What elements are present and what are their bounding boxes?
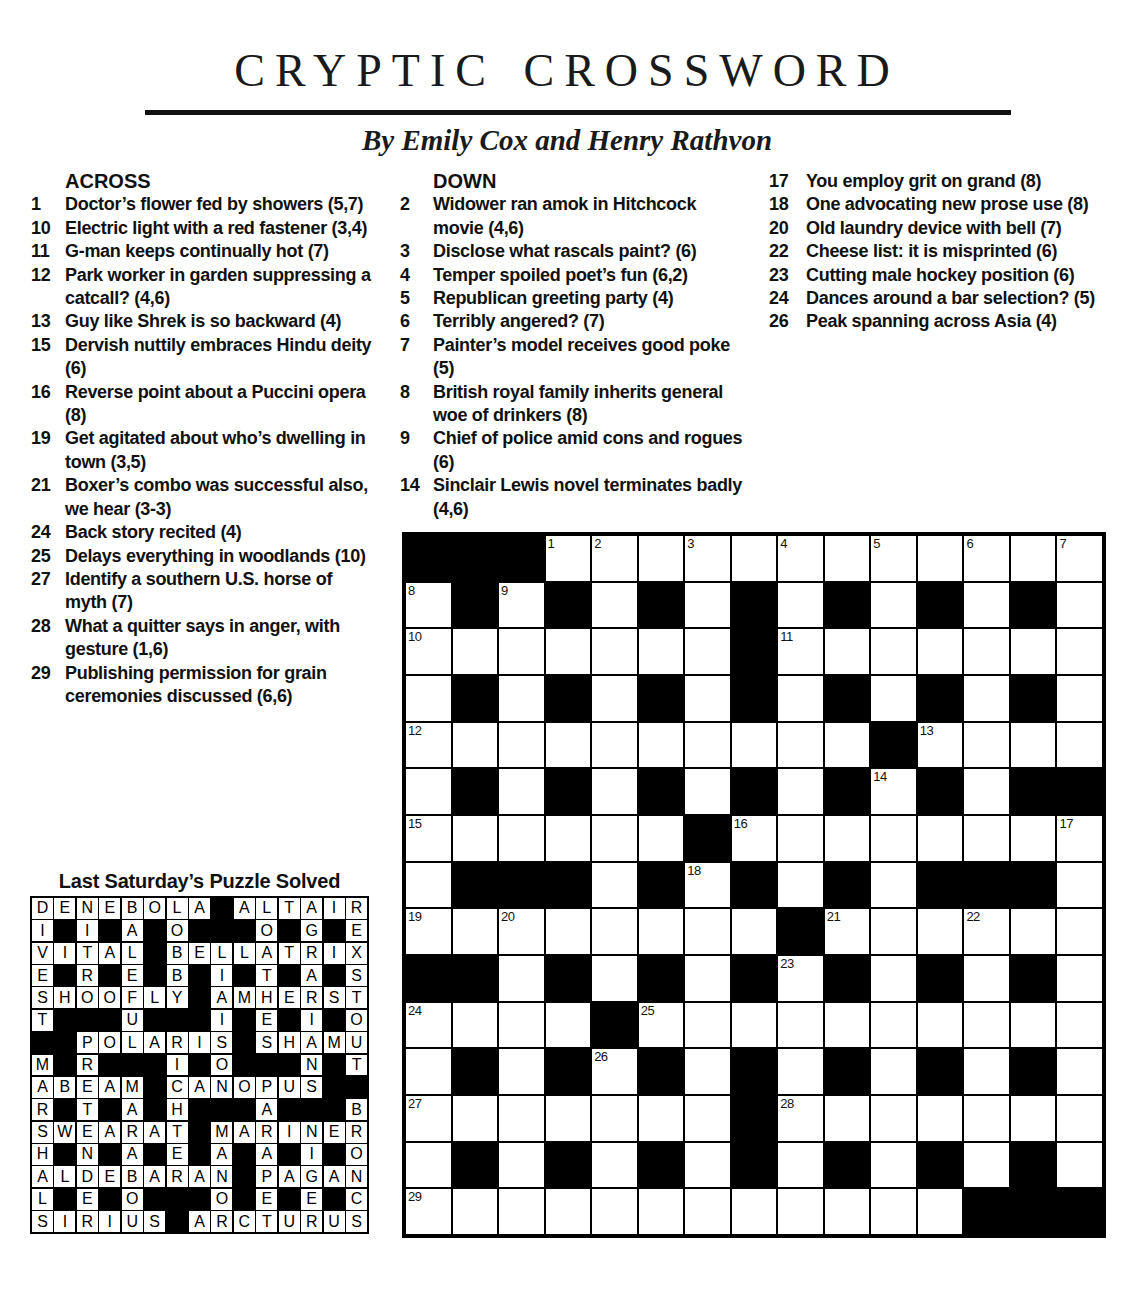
solved-block-r10c10: [234, 1099, 255, 1120]
entry-cell-r11c4[interactable]: [546, 1003, 591, 1048]
entry-cell-r11c7[interactable]: [685, 1003, 730, 1048]
block-cell-r15c15: [1057, 1189, 1102, 1234]
block-cell-r2c12: [918, 583, 963, 628]
entry-cell-r3c13[interactable]: [964, 629, 1009, 674]
entry-cell-r15c5[interactable]: [592, 1189, 637, 1234]
entry-cell-r7c8[interactable]: 16: [732, 816, 777, 861]
entry-cell-r2c7[interactable]: [685, 583, 730, 628]
down-clue-22: 22Cheese list: it is misprinted (6): [769, 240, 1114, 263]
entry-cell-r3c6[interactable]: [639, 629, 684, 674]
entry-cell-r15c9[interactable]: [778, 1189, 823, 1234]
entry-cell-r1c6[interactable]: [639, 536, 684, 581]
solved-block-r8c10: [234, 1055, 255, 1076]
grid-number-14: 14: [873, 769, 886, 785]
block-cell-r12c10: [825, 1049, 870, 1094]
solved-block-r10c8: [189, 1099, 210, 1120]
entry-cell-r11c10[interactable]: [825, 1003, 870, 1048]
solved-letter-r5c7: Y: [167, 987, 188, 1008]
solved-block-r2c4: [99, 920, 120, 941]
entry-cell-r7c5[interactable]: [592, 816, 637, 861]
clue-number: 21: [31, 474, 65, 521]
solved-block-r8c4: [99, 1055, 120, 1076]
clue-number: 1: [31, 193, 65, 216]
solved-letter-r2c7: O: [167, 920, 188, 941]
entry-cell-r7c13[interactable]: [964, 816, 1009, 861]
entry-cell-r2c5[interactable]: [592, 583, 637, 628]
entry-cell-r7c2[interactable]: [453, 816, 498, 861]
down-clue-24: 24Dances around a bar selection? (5): [769, 287, 1114, 310]
clue-text: Publishing permission for grain ceremoni…: [65, 662, 376, 709]
entry-cell-r11c3[interactable]: [499, 1003, 544, 1048]
entry-cell-r3c2[interactable]: [453, 629, 498, 674]
grid-number-5: 5: [873, 536, 880, 552]
entry-cell-r2c1[interactable]: 8: [406, 583, 451, 628]
entry-cell-r9c3[interactable]: 20: [499, 909, 544, 954]
entry-cell-r11c11[interactable]: [871, 1003, 916, 1048]
entry-cell-r5c3[interactable]: [499, 723, 544, 768]
block-cell-r8c8: [732, 863, 777, 908]
entry-cell-r1c11[interactable]: 5: [871, 536, 916, 581]
clue-number: 13: [31, 310, 65, 333]
solved-letter-r9c8: A: [189, 1077, 210, 1098]
solved-letter-r1c10: A: [234, 898, 255, 919]
solved-letter-r3c14: I: [324, 943, 345, 964]
entry-cell-r5c13[interactable]: [964, 723, 1009, 768]
solved-letter-r2c13: G: [301, 920, 322, 941]
entry-cell-r2c9[interactable]: [778, 583, 823, 628]
solved-letter-r7c4: O: [99, 1032, 120, 1053]
block-cell-r1c2: [453, 536, 498, 581]
entry-cell-r3c9[interactable]: 11: [778, 629, 823, 674]
clue-text: Terribly angered? (7): [433, 310, 750, 333]
solved-letter-r3c4: A: [99, 943, 120, 964]
entry-cell-r7c15[interactable]: 17: [1057, 816, 1102, 861]
entry-cell-r10c7[interactable]: [685, 956, 730, 1001]
clue-number: 18: [769, 193, 806, 216]
solved-letter-r15c11: T: [256, 1211, 277, 1232]
solved-letter-r1c14: I: [324, 898, 345, 919]
solved-block-r8c11: [256, 1055, 277, 1076]
solved-letter-r5c12: E: [279, 987, 300, 1008]
solved-letter-r14c1: L: [32, 1189, 53, 1210]
clue-number: 24: [31, 521, 65, 544]
entry-cell-r5c1[interactable]: 12: [406, 723, 451, 768]
entry-cell-r9c11[interactable]: [871, 909, 916, 954]
entry-cell-r12c13[interactable]: [964, 1049, 1009, 1094]
entry-cell-r11c1[interactable]: 24: [406, 1003, 451, 1048]
solved-letter-r11c11: R: [256, 1122, 277, 1143]
entry-cell-r11c13[interactable]: [964, 1003, 1009, 1048]
solved-letter-r10c15: B: [346, 1099, 367, 1120]
entry-cell-r5c15[interactable]: [1057, 723, 1102, 768]
block-cell-r14c14: [1011, 1143, 1056, 1188]
solved-block-r14c4: [99, 1189, 120, 1210]
block-cell-r10c2: [453, 956, 498, 1001]
entry-cell-r3c12[interactable]: [918, 629, 963, 674]
entry-cell-r7c10[interactable]: [825, 816, 870, 861]
entry-cell-r11c14[interactable]: [1011, 1003, 1056, 1048]
entry-cell-r12c15[interactable]: [1057, 1049, 1102, 1094]
across-clue-13: 13Guy like Shrek is so backward (4): [31, 310, 376, 333]
entry-cell-r7c1[interactable]: 15: [406, 816, 451, 861]
block-cell-r8c13: [964, 863, 1009, 908]
entry-cell-r8c15[interactable]: [1057, 863, 1102, 908]
block-cell-r12c12: [918, 1049, 963, 1094]
solved-letter-r9c1: A: [32, 1077, 53, 1098]
entry-cell-r4c13[interactable]: [964, 676, 1009, 721]
solved-letter-r8c7: I: [167, 1055, 188, 1076]
entry-cell-r3c1[interactable]: 10: [406, 629, 451, 674]
newspaper-puzzle-page: CRYPTIC CROSSWORD By Emily Cox and Henry…: [0, 0, 1134, 1291]
entry-cell-r14c1[interactable]: [406, 1143, 451, 1188]
entry-cell-r9c8[interactable]: [732, 909, 777, 954]
solved-letter-r10c3: T: [77, 1099, 98, 1120]
solved-letter-r13c11: P: [256, 1166, 277, 1187]
entry-cell-r9c2[interactable]: [453, 909, 498, 954]
entry-cell-r13c2[interactable]: [453, 1096, 498, 1141]
clue-number: 3: [400, 240, 433, 263]
across-clue-11: 11G-man keeps continually hot (7): [31, 240, 376, 263]
entry-cell-r6c9[interactable]: [778, 769, 823, 814]
solved-letter-r3c11: A: [256, 943, 277, 964]
solved-letter-r7c15: U: [346, 1032, 367, 1053]
entry-cell-r6c1[interactable]: [406, 769, 451, 814]
solved-letter-r5c5: F: [122, 987, 143, 1008]
entry-cell-r10c13[interactable]: [964, 956, 1009, 1001]
grid-number-2: 2: [594, 536, 601, 552]
solved-letter-r13c8: A: [189, 1166, 210, 1187]
solved-letter-r11c10: A: [234, 1122, 255, 1143]
clue-text: British royal family inherits general wo…: [433, 381, 750, 428]
entry-cell-r12c11[interactable]: [871, 1049, 916, 1094]
clue-text: One advocating new prose use (8): [806, 193, 1114, 216]
entry-cell-r1c15[interactable]: 7: [1057, 536, 1102, 581]
entry-cell-r4c15[interactable]: [1057, 676, 1102, 721]
entry-cell-r14c9[interactable]: [778, 1143, 823, 1188]
down-clue-14: 14Sinclair Lewis novel terminates badly …: [400, 474, 750, 521]
entry-cell-r1c14[interactable]: [1011, 536, 1056, 581]
solved-letter-r8c9: O: [211, 1055, 232, 1076]
entry-cell-r9c15[interactable]: [1057, 909, 1102, 954]
entry-cell-r10c15[interactable]: [1057, 956, 1102, 1001]
entry-cell-r5c9[interactable]: [778, 723, 823, 768]
entry-cell-r7c9[interactable]: [778, 816, 823, 861]
entry-cell-r4c9[interactable]: [778, 676, 823, 721]
entry-cell-r11c8[interactable]: [732, 1003, 777, 1048]
entry-cell-r2c11[interactable]: [871, 583, 916, 628]
clue-text: Back story recited (4): [65, 521, 376, 544]
entry-cell-r5c10[interactable]: [825, 723, 870, 768]
solved-letter-r9c13: S: [301, 1077, 322, 1098]
entry-cell-r8c7[interactable]: 18: [685, 863, 730, 908]
entry-cell-r14c11[interactable]: [871, 1143, 916, 1188]
entry-cell-r13c7[interactable]: [685, 1096, 730, 1141]
entry-cell-r6c13[interactable]: [964, 769, 1009, 814]
entry-cell-r3c15[interactable]: [1057, 629, 1102, 674]
solved-letter-r3c12: T: [279, 943, 300, 964]
entry-cell-r11c2[interactable]: [453, 1003, 498, 1048]
entry-cell-r9c13[interactable]: 22: [964, 909, 1009, 954]
entry-cell-r5c8[interactable]: [732, 723, 777, 768]
block-cell-r12c8: [732, 1049, 777, 1094]
clue-text: Peak spanning across Asia (4): [806, 310, 1114, 333]
entry-cell-r7c3[interactable]: [499, 816, 544, 861]
entry-cell-r9c5[interactable]: [592, 909, 637, 954]
solved-block-r10c4: [99, 1099, 120, 1120]
entry-cell-r1c9[interactable]: 4: [778, 536, 823, 581]
block-cell-r6c2: [453, 769, 498, 814]
entry-cell-r3c7[interactable]: [685, 629, 730, 674]
entry-cell-r1c13[interactable]: 6: [964, 536, 1009, 581]
block-cell-r4c2: [453, 676, 498, 721]
solved-block-r5c8: [189, 987, 210, 1008]
solved-letter-r9c5: M: [122, 1077, 143, 1098]
entry-cell-r7c4[interactable]: [546, 816, 591, 861]
block-cell-r10c1: [406, 956, 451, 1001]
down-clue-list: 2Widower ran amok in Hitchcock movie (4,…: [400, 193, 750, 521]
block-cell-r15c13: [964, 1189, 1009, 1234]
down-column-2: 17You employ grit on grand (8)18One advo…: [769, 170, 1114, 334]
entry-cell-r15c11[interactable]: [871, 1189, 916, 1234]
grid-number-25: 25: [641, 1003, 654, 1019]
entry-cell-r8c5[interactable]: [592, 863, 637, 908]
solved-letter-r3c1: V: [32, 943, 53, 964]
entry-cell-r13c14[interactable]: [1011, 1096, 1056, 1141]
solved-letter-r15c15: S: [346, 1211, 367, 1232]
entry-cell-r5c12[interactable]: 13: [918, 723, 963, 768]
entry-cell-r15c8[interactable]: [732, 1189, 777, 1234]
solved-block-r6c2: [54, 1010, 75, 1031]
entry-cell-r13c13[interactable]: [964, 1096, 1009, 1141]
block-cell-r4c14: [1011, 676, 1056, 721]
solved-letter-r14c15: C: [346, 1189, 367, 1210]
block-cell-r14c12: [918, 1143, 963, 1188]
entry-cell-r5c6[interactable]: [639, 723, 684, 768]
solved-letter-r2c11: O: [256, 920, 277, 941]
clue-text: Doctor’s flower fed by showers (5,7): [65, 193, 376, 216]
entry-cell-r15c10[interactable]: [825, 1189, 870, 1234]
block-cell-r2c4: [546, 583, 591, 628]
solved-block-r14c6: [144, 1189, 165, 1210]
entry-cell-r7c11[interactable]: [871, 816, 916, 861]
entry-cell-r2c13[interactable]: [964, 583, 1009, 628]
entry-cell-r7c12[interactable]: [918, 816, 963, 861]
entry-cell-r1c12[interactable]: [918, 536, 963, 581]
solved-letter-r13c12: A: [279, 1166, 300, 1187]
solved-letter-r1c1: D: [32, 898, 53, 919]
clue-text: Painter’s model receives good poke (5): [433, 334, 750, 381]
entry-cell-r12c3[interactable]: [499, 1049, 544, 1094]
clue-text: Boxer’s combo was successful also, we he…: [65, 474, 376, 521]
entry-cell-r8c1[interactable]: [406, 863, 451, 908]
solved-block-r7c2: [54, 1032, 75, 1053]
solved-block-r14c7: [167, 1189, 188, 1210]
entry-cell-r15c6[interactable]: [639, 1189, 684, 1234]
clue-text: Identify a southern U.S. horse of myth (…: [65, 568, 376, 615]
clue-number: 20: [769, 217, 806, 240]
entry-cell-r1c4[interactable]: 1: [546, 536, 591, 581]
entry-cell-r9c12[interactable]: [918, 909, 963, 954]
solved-letter-r7c8: I: [189, 1032, 210, 1053]
entry-cell-r1c7[interactable]: 3: [685, 536, 730, 581]
solved-letter-r11c5: R: [122, 1122, 143, 1143]
entry-cell-r9c4[interactable]: [546, 909, 591, 954]
byline: By Emily Cox and Henry Rathvon: [0, 124, 1134, 157]
clue-number: 6: [400, 310, 433, 333]
solved-letter-r15c14: U: [324, 1211, 345, 1232]
entry-cell-r13c3[interactable]: [499, 1096, 544, 1141]
entry-cell-r9c7[interactable]: [685, 909, 730, 954]
entry-cell-r13c4[interactable]: [546, 1096, 591, 1141]
solved-letter-r8c3: R: [77, 1055, 98, 1076]
solved-letter-r6c15: O: [346, 1010, 367, 1031]
entry-cell-r14c13[interactable]: [964, 1143, 1009, 1188]
entry-cell-r5c4[interactable]: [546, 723, 591, 768]
grid-number-13: 13: [920, 723, 933, 739]
solved-block-r14c8: [189, 1189, 210, 1210]
entry-cell-r13c10[interactable]: [825, 1096, 870, 1141]
entry-cell-r3c3[interactable]: [499, 629, 544, 674]
solved-block-r4c14: [324, 965, 345, 986]
entry-cell-r2c15[interactable]: [1057, 583, 1102, 628]
solved-letter-r11c4: A: [99, 1122, 120, 1143]
clue-number: 24: [769, 287, 806, 310]
entry-cell-r11c15[interactable]: [1057, 1003, 1102, 1048]
entry-cell-r5c14[interactable]: [1011, 723, 1056, 768]
entry-cell-r4c7[interactable]: [685, 676, 730, 721]
solved-letter-r10c7: H: [167, 1099, 188, 1120]
entry-cell-r13c12[interactable]: [918, 1096, 963, 1141]
entry-cell-r6c3[interactable]: [499, 769, 544, 814]
clue-text: Delays everything in woodlands (10): [65, 545, 376, 568]
entry-cell-r4c11[interactable]: [871, 676, 916, 721]
entry-cell-r14c7[interactable]: [685, 1143, 730, 1188]
entry-cell-r12c9[interactable]: [778, 1049, 823, 1094]
solved-block-r6c6: [144, 1010, 165, 1031]
entry-cell-r8c11[interactable]: [871, 863, 916, 908]
entry-cell-r1c5[interactable]: 2: [592, 536, 637, 581]
entry-cell-r3c10[interactable]: [825, 629, 870, 674]
entry-cell-r13c11[interactable]: [871, 1096, 916, 1141]
entry-cell-r13c1[interactable]: 27: [406, 1096, 451, 1141]
entry-cell-r14c15[interactable]: [1057, 1143, 1102, 1188]
entry-cell-r6c5[interactable]: [592, 769, 637, 814]
solved-block-r8c12: [279, 1055, 300, 1076]
entry-cell-r3c5[interactable]: [592, 629, 637, 674]
entry-cell-r15c2[interactable]: [453, 1189, 498, 1234]
entry-cell-r13c15[interactable]: [1057, 1096, 1102, 1141]
solved-letter-r12c15: O: [346, 1144, 367, 1165]
entry-cell-r9c6[interactable]: [639, 909, 684, 954]
solved-letter-r2c3: I: [77, 920, 98, 941]
entry-cell-r4c3[interactable]: [499, 676, 544, 721]
grid-number-24: 24: [408, 1003, 421, 1019]
across-clue-12: 12Park worker in garden suppressing a ca…: [31, 264, 376, 311]
entry-cell-r8c9[interactable]: [778, 863, 823, 908]
clue-text: Electric light with a red fastener (3,4): [65, 217, 376, 240]
entry-cell-r15c3[interactable]: [499, 1189, 544, 1234]
entry-cell-r3c11[interactable]: [871, 629, 916, 674]
entry-cell-r6c11[interactable]: 14: [871, 769, 916, 814]
entry-cell-r5c5[interactable]: [592, 723, 637, 768]
block-cell-r6c8: [732, 769, 777, 814]
block-cell-r6c6: [639, 769, 684, 814]
entry-cell-r6c7[interactable]: [685, 769, 730, 814]
entry-cell-r14c3[interactable]: [499, 1143, 544, 1188]
down-clue-4: 4Temper spoiled poet’s fun (6,2): [400, 264, 750, 287]
entry-cell-r3c14[interactable]: [1011, 629, 1056, 674]
grid-number-21: 21: [827, 909, 840, 925]
solved-block-r1c9: [211, 898, 232, 919]
solved-letter-r13c15: N: [346, 1166, 367, 1187]
entry-cell-r15c7[interactable]: [685, 1189, 730, 1234]
entry-cell-r12c1[interactable]: [406, 1049, 451, 1094]
entry-cell-r10c9[interactable]: 23: [778, 956, 823, 1001]
entry-cell-r5c2[interactable]: [453, 723, 498, 768]
entry-cell-r13c9[interactable]: 28: [778, 1096, 823, 1141]
entry-cell-r15c4[interactable]: [546, 1189, 591, 1234]
entry-cell-r9c14[interactable]: [1011, 909, 1056, 954]
entry-cell-r12c5[interactable]: 26: [592, 1049, 637, 1094]
entry-cell-r4c1[interactable]: [406, 676, 451, 721]
entry-cell-r15c1[interactable]: 29: [406, 1189, 451, 1234]
entry-cell-r13c6[interactable]: [639, 1096, 684, 1141]
block-cell-r10c8: [732, 956, 777, 1001]
block-cell-r2c14: [1011, 583, 1056, 628]
block-cell-r3c8: [732, 629, 777, 674]
entry-cell-r15c12[interactable]: [918, 1189, 963, 1234]
entry-cell-r3c4[interactable]: [546, 629, 591, 674]
clue-text: Disclose what rascals paint? (6): [433, 240, 750, 263]
solved-letter-r9c11: P: [256, 1077, 277, 1098]
entry-cell-r9c10[interactable]: 21: [825, 909, 870, 954]
entry-cell-r2c3[interactable]: 9: [499, 583, 544, 628]
solved-letter-r3c2: I: [54, 943, 75, 964]
entry-cell-r1c8[interactable]: [732, 536, 777, 581]
entry-cell-r13c5[interactable]: [592, 1096, 637, 1141]
entry-cell-r5c7[interactable]: [685, 723, 730, 768]
entry-cell-r10c3[interactable]: [499, 956, 544, 1001]
clue-text: Park worker in garden suppressing a catc…: [65, 264, 376, 311]
entry-cell-r7c14[interactable]: [1011, 816, 1056, 861]
block-cell-r12c4: [546, 1049, 591, 1094]
entry-cell-r10c5[interactable]: [592, 956, 637, 1001]
entry-cell-r10c11[interactable]: [871, 956, 916, 1001]
entry-cell-r9c1[interactable]: 19: [406, 909, 451, 954]
entry-cell-r11c9[interactable]: [778, 1003, 823, 1048]
entry-cell-r11c12[interactable]: [918, 1003, 963, 1048]
solved-block-r2c8: [189, 920, 210, 941]
solved-letter-r1c6: O: [144, 898, 165, 919]
solved-block-r14c14: [324, 1189, 345, 1210]
solved-letter-r14c9: O: [211, 1189, 232, 1210]
grid-number-26: 26: [594, 1049, 607, 1065]
across-header: ACROSS: [31, 170, 376, 193]
entry-cell-r1c10[interactable]: [825, 536, 870, 581]
entry-cell-r14c5[interactable]: [592, 1143, 637, 1188]
entry-cell-r12c7[interactable]: [685, 1049, 730, 1094]
solved-block-r6c10: [234, 1010, 255, 1031]
clue-number: 15: [31, 334, 65, 381]
solved-letter-r13c9: N: [211, 1166, 232, 1187]
entry-cell-r4c5[interactable]: [592, 676, 637, 721]
grid-number-29: 29: [408, 1189, 421, 1205]
clue-number: 9: [400, 427, 433, 474]
solved-block-r8c2: [54, 1055, 75, 1076]
entry-cell-r7c6[interactable]: [639, 816, 684, 861]
entry-cell-r11c6[interactable]: 25: [639, 1003, 684, 1048]
solved-letter-r5c10: M: [234, 987, 255, 1008]
